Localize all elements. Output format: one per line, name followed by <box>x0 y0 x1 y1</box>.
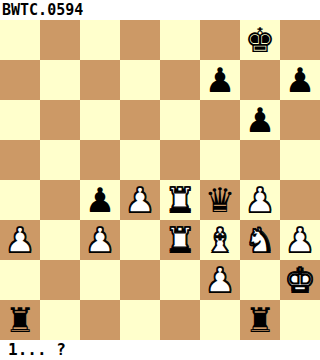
square-g6[interactable]: ♟ <box>240 100 280 140</box>
square-e7[interactable] <box>160 60 200 100</box>
black-pawn[interactable]: ♟ <box>245 100 275 140</box>
square-c7[interactable] <box>80 60 120 100</box>
square-a1[interactable]: ♜ <box>0 300 40 340</box>
square-d4[interactable]: ♟ <box>120 180 160 220</box>
square-c3[interactable]: ♟ <box>80 220 120 260</box>
black-pawn[interactable]: ♟ <box>205 60 235 100</box>
black-king[interactable]: ♚ <box>245 20 275 60</box>
square-b6[interactable] <box>40 100 80 140</box>
square-f8[interactable] <box>200 20 240 60</box>
square-a7[interactable] <box>0 60 40 100</box>
square-c5[interactable] <box>80 140 120 180</box>
square-a8[interactable] <box>0 20 40 60</box>
square-g1[interactable]: ♜ <box>240 300 280 340</box>
square-g3[interactable]: ♞ <box>240 220 280 260</box>
square-g5[interactable] <box>240 140 280 180</box>
square-h6[interactable] <box>280 100 320 140</box>
chess-board: ♚♟♟♟♟♟♜♛♟♟♟♜♝♞♟♟♚♜♜ <box>0 20 320 340</box>
square-a6[interactable] <box>0 100 40 140</box>
black-pawn[interactable]: ♟ <box>285 60 315 100</box>
square-b1[interactable] <box>40 300 80 340</box>
square-c4[interactable]: ♟ <box>80 180 120 220</box>
square-h2[interactable]: ♚ <box>280 260 320 300</box>
white-pawn[interactable]: ♟ <box>245 180 275 220</box>
square-b4[interactable] <box>40 180 80 220</box>
square-d1[interactable] <box>120 300 160 340</box>
square-b2[interactable] <box>40 260 80 300</box>
square-d5[interactable] <box>120 140 160 180</box>
square-c6[interactable] <box>80 100 120 140</box>
black-queen[interactable]: ♛ <box>205 180 235 220</box>
square-f6[interactable] <box>200 100 240 140</box>
white-pawn[interactable]: ♟ <box>5 220 35 260</box>
black-pawn[interactable]: ♟ <box>85 180 115 220</box>
white-pawn[interactable]: ♟ <box>125 180 155 220</box>
square-a4[interactable] <box>0 180 40 220</box>
square-e4[interactable]: ♜ <box>160 180 200 220</box>
square-f7[interactable]: ♟ <box>200 60 240 100</box>
square-e6[interactable] <box>160 100 200 140</box>
square-b3[interactable] <box>40 220 80 260</box>
white-bishop[interactable]: ♝ <box>205 220 235 260</box>
square-f5[interactable] <box>200 140 240 180</box>
square-g4[interactable]: ♟ <box>240 180 280 220</box>
white-pawn[interactable]: ♟ <box>285 220 315 260</box>
white-king[interactable]: ♚ <box>285 260 315 300</box>
square-a5[interactable] <box>0 140 40 180</box>
black-rook[interactable]: ♜ <box>5 300 35 340</box>
square-c8[interactable] <box>80 20 120 60</box>
square-c1[interactable] <box>80 300 120 340</box>
white-pawn[interactable]: ♟ <box>85 220 115 260</box>
white-rook[interactable]: ♜ <box>165 220 195 260</box>
square-f3[interactable]: ♝ <box>200 220 240 260</box>
square-g8[interactable]: ♚ <box>240 20 280 60</box>
square-f2[interactable]: ♟ <box>200 260 240 300</box>
square-f1[interactable] <box>200 300 240 340</box>
puzzle-title: BWTC.0594 <box>0 0 320 20</box>
square-e2[interactable] <box>160 260 200 300</box>
white-pawn[interactable]: ♟ <box>205 260 235 300</box>
square-d7[interactable] <box>120 60 160 100</box>
move-prompt: 1... ? <box>0 340 320 360</box>
square-a3[interactable]: ♟ <box>0 220 40 260</box>
square-e1[interactable] <box>160 300 200 340</box>
square-d8[interactable] <box>120 20 160 60</box>
square-e5[interactable] <box>160 140 200 180</box>
white-knight[interactable]: ♞ <box>245 220 275 260</box>
square-d3[interactable] <box>120 220 160 260</box>
square-h1[interactable] <box>280 300 320 340</box>
square-f4[interactable]: ♛ <box>200 180 240 220</box>
square-d2[interactable] <box>120 260 160 300</box>
black-rook[interactable]: ♜ <box>245 300 275 340</box>
square-h8[interactable] <box>280 20 320 60</box>
square-e3[interactable]: ♜ <box>160 220 200 260</box>
square-h7[interactable]: ♟ <box>280 60 320 100</box>
square-h5[interactable] <box>280 140 320 180</box>
square-g2[interactable] <box>240 260 280 300</box>
white-rook[interactable]: ♜ <box>165 180 195 220</box>
square-h4[interactable] <box>280 180 320 220</box>
chess-puzzle-window: BWTC.0594 ♚♟♟♟♟♟♜♛♟♟♟♜♝♞♟♟♚♜♜ 1... ? <box>0 0 320 360</box>
square-g7[interactable] <box>240 60 280 100</box>
square-b7[interactable] <box>40 60 80 100</box>
square-e8[interactable] <box>160 20 200 60</box>
square-c2[interactable] <box>80 260 120 300</box>
square-a2[interactable] <box>0 260 40 300</box>
square-h3[interactable]: ♟ <box>280 220 320 260</box>
square-b8[interactable] <box>40 20 80 60</box>
square-b5[interactable] <box>40 140 80 180</box>
square-d6[interactable] <box>120 100 160 140</box>
